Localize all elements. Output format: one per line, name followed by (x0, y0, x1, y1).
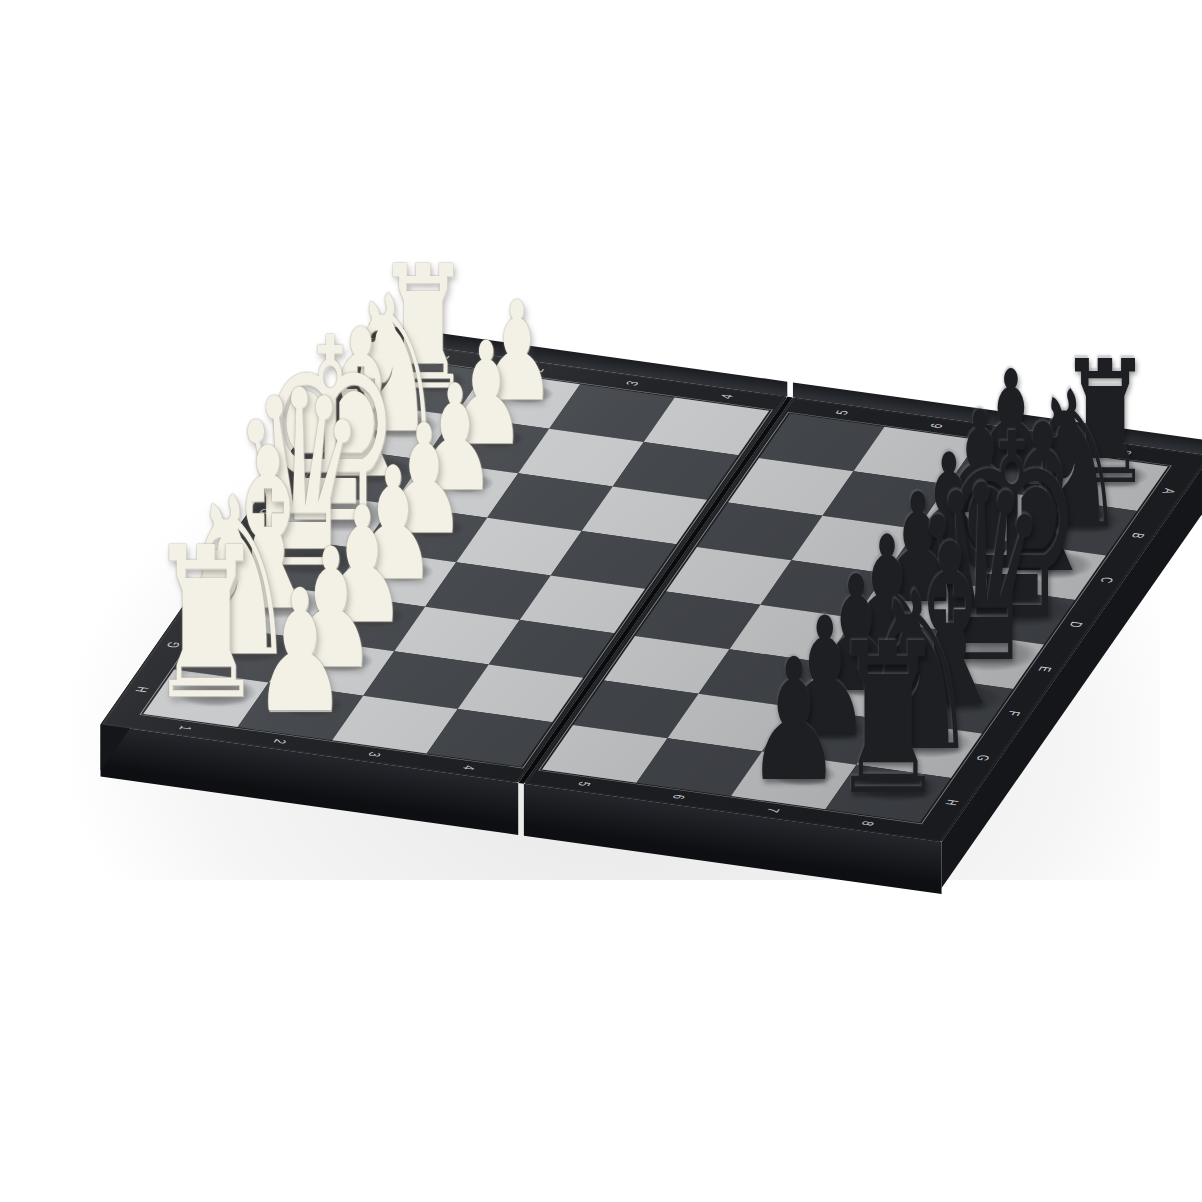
piece-black-rook-h8: ♜ (830, 616, 947, 825)
piece-black-pawn-h7: ♟ (746, 637, 841, 806)
product-photo-scene: Folding magnetic travel chess set photog… (0, 0, 1202, 1202)
piece-white-pawn-h2: ♟ (253, 568, 348, 737)
piece-white-rook-h1: ♜ (147, 521, 264, 730)
pieces-layer: ♜♟♟♜♞♟♟♞♝♟♟♝♚♟♟♚♛♟♟♛♝♟♟♝♞♟♟♞♜♟♟♜ (0, 0, 1202, 1202)
